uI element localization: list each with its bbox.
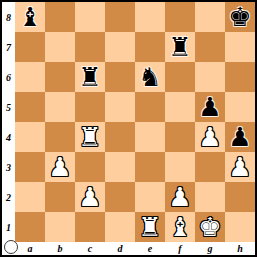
square-g3[interactable]	[195, 152, 225, 182]
square-e2[interactable]	[135, 182, 165, 212]
rank-label-4: 4	[2, 122, 15, 152]
square-e7[interactable]	[135, 32, 165, 62]
square-g2[interactable]	[195, 182, 225, 212]
square-d7[interactable]	[105, 32, 135, 62]
piece-black-king[interactable]: ♚	[225, 2, 255, 32]
piece-white-rook[interactable]: ♜	[135, 212, 165, 242]
piece-black-bishop[interactable]: ♝	[15, 2, 45, 32]
square-h7[interactable]	[225, 32, 255, 62]
piece-white-pawn[interactable]: ♟	[165, 182, 195, 212]
piece-black-rook[interactable]: ♜	[75, 62, 105, 92]
square-f3[interactable]	[165, 152, 195, 182]
square-c8[interactable]	[75, 2, 105, 32]
square-d8[interactable]	[105, 2, 135, 32]
square-h5[interactable]	[225, 92, 255, 122]
square-c5[interactable]	[75, 92, 105, 122]
square-a8[interactable]: ♝	[15, 2, 45, 32]
diagram-inner: 8 7 6 5 4 3 2 1 ♝♚♜♜♞♟♜♟♟♟♟♟♟♜♝♚ a b c d…	[2, 2, 255, 255]
square-a1[interactable]	[15, 212, 45, 242]
file-label-b: b	[45, 242, 75, 255]
piece-white-pawn[interactable]: ♟	[225, 152, 255, 182]
square-h4[interactable]: ♟	[225, 122, 255, 152]
square-d3[interactable]	[105, 152, 135, 182]
file-label-g: g	[195, 242, 225, 255]
square-a6[interactable]	[15, 62, 45, 92]
rank-label-3: 3	[2, 152, 15, 182]
square-e1[interactable]: ♜	[135, 212, 165, 242]
square-a2[interactable]	[15, 182, 45, 212]
rank-label-2: 2	[2, 182, 15, 212]
square-b2[interactable]	[45, 182, 75, 212]
file-label-c: c	[75, 242, 105, 255]
file-label-e: e	[135, 242, 165, 255]
chess-diagram: 8 7 6 5 4 3 2 1 ♝♚♜♜♞♟♜♟♟♟♟♟♟♜♝♚ a b c d…	[0, 0, 257, 257]
square-b7[interactable]	[45, 32, 75, 62]
square-h1[interactable]	[225, 212, 255, 242]
square-a7[interactable]	[15, 32, 45, 62]
rank-labels: 8 7 6 5 4 3 2 1	[2, 2, 15, 242]
square-b3[interactable]: ♟	[45, 152, 75, 182]
file-label-d: d	[105, 242, 135, 255]
square-f5[interactable]	[165, 92, 195, 122]
square-c4[interactable]: ♜	[75, 122, 105, 152]
square-h8[interactable]: ♚	[225, 2, 255, 32]
square-e4[interactable]	[135, 122, 165, 152]
square-g1[interactable]: ♚	[195, 212, 225, 242]
square-f7[interactable]: ♜	[165, 32, 195, 62]
square-f1[interactable]: ♝	[165, 212, 195, 242]
square-f2[interactable]: ♟	[165, 182, 195, 212]
piece-white-pawn[interactable]: ♟	[75, 182, 105, 212]
white-to-move-indicator-icon	[4, 240, 18, 254]
square-d4[interactable]	[105, 122, 135, 152]
file-label-a: a	[15, 242, 45, 255]
rank-label-8: 8	[2, 2, 15, 32]
square-d6[interactable]	[105, 62, 135, 92]
square-a5[interactable]	[15, 92, 45, 122]
file-labels: a b c d e f g h	[15, 242, 255, 255]
square-a4[interactable]	[15, 122, 45, 152]
piece-white-rook[interactable]: ♜	[75, 122, 105, 152]
square-f8[interactable]	[165, 2, 195, 32]
piece-white-king[interactable]: ♚	[195, 212, 225, 242]
square-b5[interactable]	[45, 92, 75, 122]
square-c6[interactable]: ♜	[75, 62, 105, 92]
square-b4[interactable]	[45, 122, 75, 152]
file-label-h: h	[225, 242, 255, 255]
rank-label-6: 6	[2, 62, 15, 92]
chess-board: ♝♚♜♜♞♟♜♟♟♟♟♟♟♜♝♚	[15, 2, 255, 242]
square-c3[interactable]	[75, 152, 105, 182]
square-h6[interactable]	[225, 62, 255, 92]
square-e3[interactable]	[135, 152, 165, 182]
piece-white-pawn[interactable]: ♟	[45, 152, 75, 182]
square-b6[interactable]	[45, 62, 75, 92]
piece-black-knight[interactable]: ♞	[135, 62, 165, 92]
square-b8[interactable]	[45, 2, 75, 32]
square-g4[interactable]: ♟	[195, 122, 225, 152]
piece-black-pawn[interactable]: ♟	[225, 122, 255, 152]
piece-white-bishop[interactable]: ♝	[165, 212, 195, 242]
square-h2[interactable]	[225, 182, 255, 212]
rank-label-7: 7	[2, 32, 15, 62]
square-e8[interactable]	[135, 2, 165, 32]
file-label-f: f	[165, 242, 195, 255]
square-d2[interactable]	[105, 182, 135, 212]
square-e6[interactable]: ♞	[135, 62, 165, 92]
rank-label-5: 5	[2, 92, 15, 122]
square-d5[interactable]	[105, 92, 135, 122]
square-g6[interactable]	[195, 62, 225, 92]
square-g5[interactable]: ♟	[195, 92, 225, 122]
square-b1[interactable]	[45, 212, 75, 242]
piece-black-pawn[interactable]: ♟	[195, 92, 225, 122]
square-a3[interactable]	[15, 152, 45, 182]
square-f4[interactable]	[165, 122, 195, 152]
square-d1[interactable]	[105, 212, 135, 242]
piece-black-rook[interactable]: ♜	[165, 32, 195, 62]
square-f6[interactable]	[165, 62, 195, 92]
square-g8[interactable]	[195, 2, 225, 32]
square-h3[interactable]: ♟	[225, 152, 255, 182]
square-c1[interactable]	[75, 212, 105, 242]
square-c7[interactable]	[75, 32, 105, 62]
square-c2[interactable]: ♟	[75, 182, 105, 212]
square-g7[interactable]	[195, 32, 225, 62]
rank-label-1: 1	[2, 212, 15, 242]
square-e5[interactable]	[135, 92, 165, 122]
piece-white-pawn[interactable]: ♟	[195, 122, 225, 152]
